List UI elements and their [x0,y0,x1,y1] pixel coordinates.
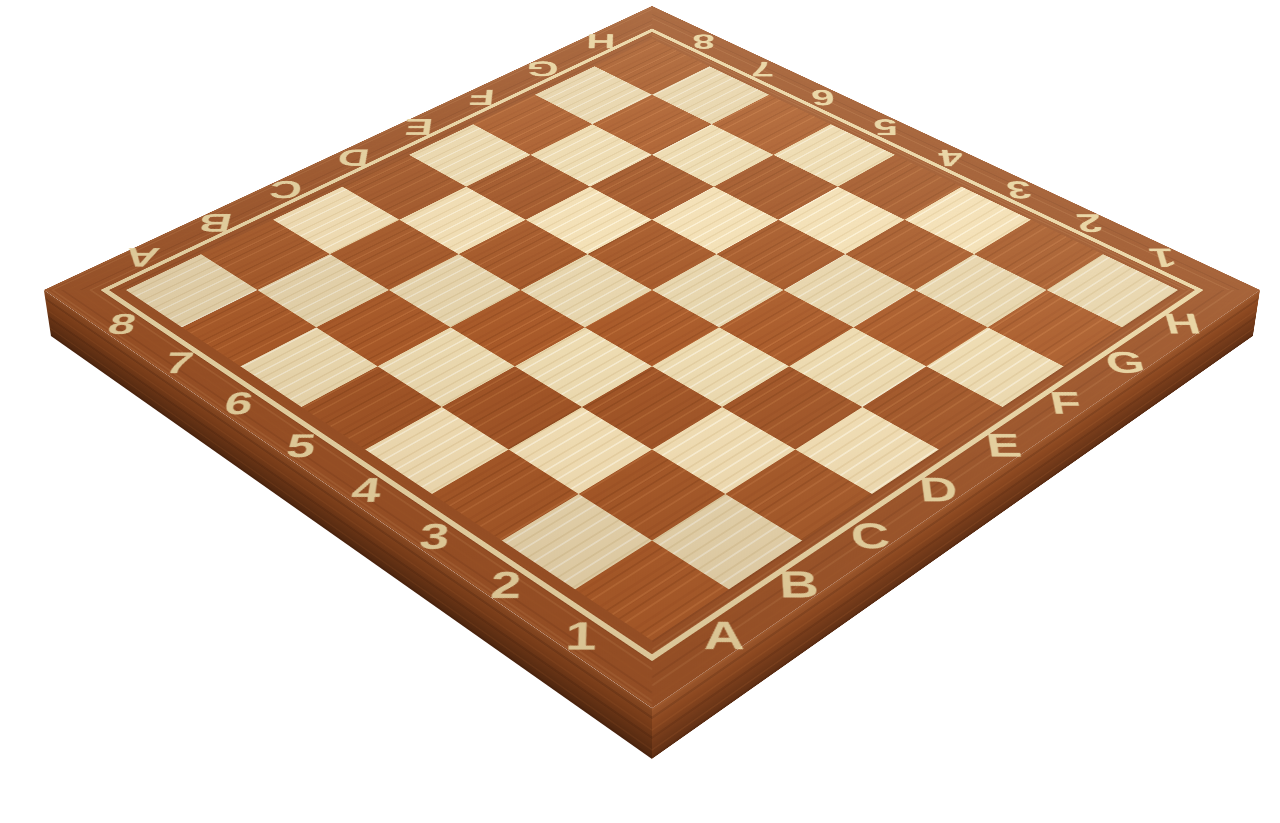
square-b1 [652,494,802,589]
rank-label-4-far: 4 [937,146,966,170]
rank-label-4-near: 4 [349,473,383,507]
rank-label-8-near: 8 [104,310,139,339]
file-label-c-far: C [267,177,304,202]
rank-label-7-far: 7 [750,58,774,79]
square-e1 [862,366,1002,449]
board-top-face: AA11BB22CC33DD44EE55FF66GG77HH88 [44,6,1260,708]
square-b2 [579,450,726,541]
square-a5 [301,366,441,449]
square-d1 [795,407,938,494]
rank-label-5-near: 5 [283,429,317,462]
rank-label-6-near: 6 [221,388,256,419]
square-f1 [926,327,1063,407]
rank-label-1-near: 1 [564,616,597,656]
square-d2 [722,366,862,449]
square-b3 [509,407,652,494]
squares-grid [126,39,1178,641]
rank-label-6-far: 6 [810,86,836,108]
square-c4 [515,327,652,407]
square-a2 [502,494,652,589]
rank-label-5-far: 5 [872,116,899,139]
square-e2 [789,327,926,407]
square-d3 [652,327,789,407]
rank-label-3-far: 3 [1004,177,1034,202]
square-a6 [240,327,377,407]
square-c3 [582,366,722,449]
square-c1 [725,450,872,541]
square-c2 [652,407,795,494]
file-label-h-far: H [586,31,616,52]
file-label-d-far: D [335,146,371,170]
square-a4 [365,407,508,494]
square-g1 [988,290,1122,366]
file-label-f-far: F [467,86,495,108]
square-b4 [442,366,582,449]
file-label-b-far: B [195,210,234,236]
square-a1 [575,541,729,641]
rank-label-8-far: 8 [692,31,715,52]
file-label-g-far: G [525,58,559,79]
file-label-a-far: A [121,244,162,271]
product-photo-scene: AA11BB22CC33DD44EE55FF66GG77HH88 [0,0,1280,823]
square-b6 [316,290,450,366]
rank-label-2-near: 2 [489,566,522,604]
frame-bar-near-letters [602,267,1260,708]
rank-label-7-near: 7 [161,348,196,378]
frame-bar-near-numbers [44,267,702,708]
square-a7 [182,290,316,366]
square-d4 [585,290,719,366]
chess-board: AA11BB22CC33DD44EE55FF66GG77HH88 [44,6,1260,708]
file-label-e-far: E [403,116,435,139]
square-a3 [432,450,579,541]
square-b5 [378,327,515,407]
square-e3 [719,290,853,366]
square-f2 [853,290,987,366]
square-c5 [451,290,585,366]
rank-label-3-near: 3 [417,518,451,554]
